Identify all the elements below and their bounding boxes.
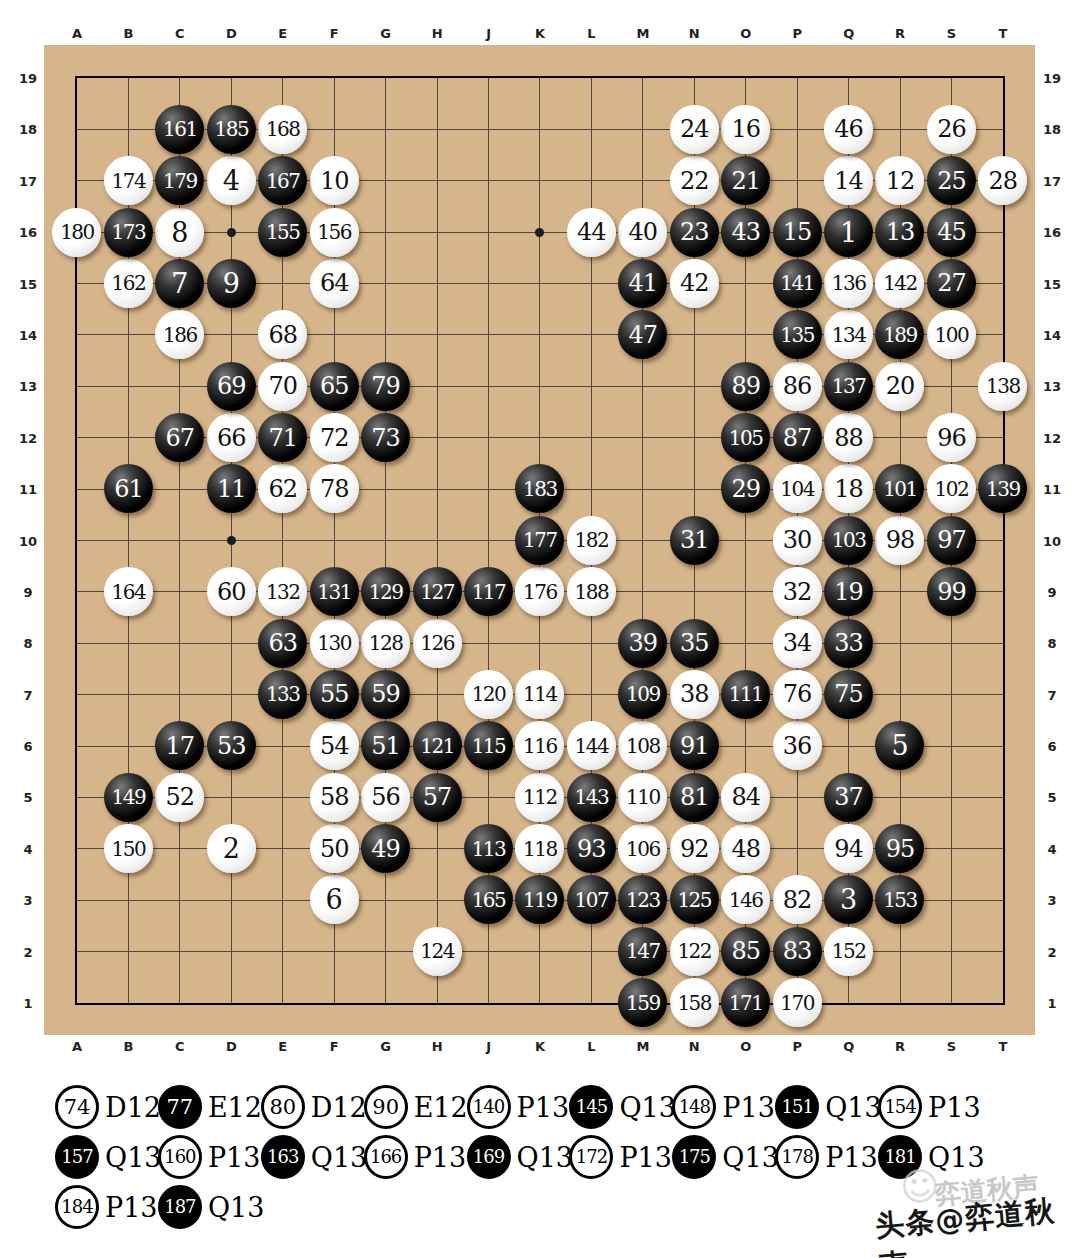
- stone-E12: 71: [258, 413, 307, 462]
- stone-C17: 179: [155, 156, 204, 205]
- stone-P1: 170: [773, 978, 822, 1027]
- stone-number: 103: [832, 530, 866, 550]
- stone-L4: 93: [567, 824, 616, 873]
- column-label-top: B: [123, 26, 133, 41]
- footer-stone: 184: [55, 1185, 99, 1229]
- footer-stone: 145: [569, 1085, 613, 1129]
- stone-number: 85: [731, 939, 760, 963]
- stone-number: 115: [472, 736, 506, 756]
- footer-move: 74D12: [55, 1085, 161, 1129]
- stone-number: 57: [423, 785, 452, 809]
- stone-B5: 149: [104, 773, 153, 822]
- stone-number: 116: [523, 736, 557, 756]
- stone-number: 147: [626, 941, 660, 961]
- stone-G6: 51: [361, 721, 410, 770]
- stone-number: 129: [369, 582, 403, 602]
- row-label-left: 18: [15, 122, 41, 137]
- stone-number: 55: [320, 682, 349, 706]
- stone-number: 47: [629, 323, 658, 347]
- row-label-right: 13: [1039, 379, 1065, 394]
- footer-stone-number: 175: [679, 1148, 710, 1166]
- stone-S17: 25: [927, 156, 976, 205]
- row-label-right: 2: [1039, 944, 1065, 959]
- stone-number: 73: [371, 426, 400, 450]
- stone-number: 53: [217, 734, 246, 758]
- stone-number: 70: [268, 374, 297, 398]
- stone-number: 127: [420, 582, 454, 602]
- stone-S9: 99: [927, 567, 976, 616]
- stone-number: 44: [577, 220, 606, 244]
- footer-stone-number: 154: [884, 1098, 915, 1116]
- stone-Q8: 33: [824, 619, 873, 668]
- stone-E8: 63: [258, 619, 307, 668]
- footer-stone: 80: [261, 1085, 305, 1129]
- stone-number: 43: [731, 220, 760, 244]
- stone-P6: 36: [773, 721, 822, 770]
- row-label-right: 10: [1039, 533, 1065, 548]
- stone-O5: 84: [721, 773, 770, 822]
- stone-number: 23: [680, 220, 709, 244]
- stone-R13: 20: [875, 362, 924, 411]
- stone-F5: 58: [310, 773, 359, 822]
- footer-stone-number: 178: [782, 1148, 813, 1166]
- column-label-bottom: A: [72, 1039, 82, 1054]
- stone-number: 88: [834, 426, 863, 450]
- stone-D12: 66: [207, 413, 256, 462]
- column-label-top: G: [380, 26, 391, 41]
- stone-number: 124: [420, 941, 454, 961]
- footer-move: 166P13: [364, 1135, 467, 1179]
- stone-number: 97: [937, 528, 966, 552]
- stone-number: 15: [783, 220, 812, 244]
- stone-number: 99: [937, 580, 966, 604]
- stone-B15: 162: [104, 259, 153, 308]
- row-label-right: 11: [1039, 482, 1065, 497]
- row-label-right: 5: [1039, 790, 1065, 805]
- stone-F16: 156: [310, 208, 359, 257]
- stone-C16: 8: [155, 208, 204, 257]
- stone-number: 131: [317, 582, 351, 602]
- stone-number: 65: [320, 374, 349, 398]
- stone-T13: 138: [978, 362, 1027, 411]
- footer-stone-number: 184: [61, 1198, 92, 1216]
- footer-move: 140P13: [467, 1085, 570, 1129]
- stone-number: 76: [783, 682, 812, 706]
- footer-stone-number: 172: [576, 1148, 607, 1166]
- stone-number: 66: [217, 426, 246, 450]
- footer-move-location: P13: [928, 1092, 981, 1123]
- stone-P7: 76: [773, 670, 822, 719]
- stone-S10: 97: [927, 516, 976, 565]
- stone-number: 106: [626, 839, 660, 859]
- stone-number: 112: [523, 787, 557, 807]
- stone-J7: 120: [464, 670, 513, 719]
- stone-J6: 115: [464, 721, 513, 770]
- stone-M16: 40: [618, 208, 667, 257]
- footer-move-location: P13: [517, 1092, 570, 1123]
- stone-L16: 44: [567, 208, 616, 257]
- stone-N17: 22: [670, 156, 719, 205]
- stone-O3: 146: [721, 875, 770, 924]
- stone-number: 162: [112, 273, 146, 293]
- stone-number: 146: [729, 890, 763, 910]
- stone-R16: 13: [875, 208, 924, 257]
- stone-number: 3: [840, 886, 857, 913]
- stone-Q7: 75: [824, 670, 873, 719]
- stone-N18: 24: [670, 105, 719, 154]
- stone-number: 168: [266, 119, 300, 139]
- stone-number: 28: [989, 169, 1018, 193]
- stone-number: 71: [268, 426, 297, 450]
- row-label-left: 2: [15, 944, 41, 959]
- stone-D18: 185: [207, 105, 256, 154]
- row-label-left: 8: [15, 636, 41, 651]
- stone-M14: 47: [618, 310, 667, 359]
- stone-number: 48: [731, 837, 760, 861]
- footer-move-location: Q13: [105, 1142, 162, 1173]
- column-label-bottom: K: [535, 1039, 545, 1054]
- column-label-top: J: [486, 26, 491, 41]
- stone-Q3: 3: [824, 875, 873, 924]
- stone-Q14: 134: [824, 310, 873, 359]
- column-label-top: R: [895, 26, 905, 41]
- stone-number: 165: [472, 890, 506, 910]
- stone-number: 29: [731, 477, 760, 501]
- row-label-right: 15: [1039, 276, 1065, 291]
- row-label-left: 16: [15, 225, 41, 240]
- stone-G8: 128: [361, 619, 410, 668]
- stone-number: 35: [680, 631, 709, 655]
- stone-E17: 167: [258, 156, 307, 205]
- stone-P10: 30: [773, 516, 822, 565]
- stone-number: 136: [832, 273, 866, 293]
- stone-Q9: 19: [824, 567, 873, 616]
- row-label-right: 4: [1039, 841, 1065, 856]
- stone-S11: 102: [927, 464, 976, 513]
- stone-C5: 52: [155, 773, 204, 822]
- stone-number: 50: [320, 837, 349, 861]
- stone-F7: 55: [310, 670, 359, 719]
- stone-M4: 106: [618, 824, 667, 873]
- stone-N6: 91: [670, 721, 719, 770]
- footer-stone: 187: [158, 1185, 202, 1229]
- stone-number: 42: [680, 271, 709, 295]
- stone-number: 107: [575, 890, 609, 910]
- footer-move-location: Q13: [517, 1142, 574, 1173]
- column-label-bottom: H: [432, 1039, 443, 1054]
- column-label-bottom: D: [226, 1039, 237, 1054]
- column-label-top: P: [792, 26, 802, 41]
- footer-move-location: P13: [105, 1192, 158, 1223]
- column-label-top: K: [535, 26, 545, 41]
- stone-C15: 7: [155, 259, 204, 308]
- column-label-bottom: N: [689, 1039, 700, 1054]
- stone-number: 2: [223, 835, 240, 862]
- stone-number: 161: [163, 119, 197, 139]
- stone-number: 100: [935, 325, 969, 345]
- footer-move-location: D12: [105, 1092, 161, 1123]
- stone-F15: 64: [310, 259, 359, 308]
- stone-Q17: 14: [824, 156, 873, 205]
- row-label-left: 1: [15, 996, 41, 1011]
- row-label-right: 3: [1039, 893, 1065, 908]
- stone-Q16: 1: [824, 208, 873, 257]
- stone-number: 126: [420, 633, 454, 653]
- footer-move: 157Q13: [55, 1135, 162, 1179]
- stone-N3: 125: [670, 875, 719, 924]
- row-label-left: 11: [15, 482, 41, 497]
- stone-D11: 11: [207, 464, 256, 513]
- stone-P16: 15: [773, 208, 822, 257]
- footer-move: 172P13: [569, 1135, 672, 1179]
- stone-Q18: 46: [824, 105, 873, 154]
- stones-layer: 1234567891011121314151617181920212223242…: [51, 52, 1028, 1028]
- stone-L10: 182: [567, 516, 616, 565]
- column-label-bottom: F: [330, 1039, 339, 1054]
- stone-B11: 61: [104, 464, 153, 513]
- stone-O7: 111: [721, 670, 770, 719]
- stone-number: 113: [472, 839, 506, 859]
- page: 1234567891011121314151617181920212223242…: [0, 0, 1080, 1258]
- stone-H6: 121: [413, 721, 462, 770]
- stone-number: 91: [680, 734, 709, 758]
- stone-D13: 69: [207, 362, 256, 411]
- footer-move-location: P13: [722, 1092, 775, 1123]
- stone-number: 84: [731, 785, 760, 809]
- stone-number: 61: [114, 477, 143, 501]
- footer-stone: 163: [261, 1135, 305, 1179]
- stone-number: 30: [783, 528, 812, 552]
- stone-number: 182: [575, 530, 609, 550]
- stone-number: 40: [629, 220, 658, 244]
- stone-number: 13: [886, 220, 915, 244]
- stone-number: 111: [729, 684, 763, 704]
- watermark: ☺ 弈道秋声 头条@弈道秋声: [872, 1169, 1080, 1258]
- stone-number: 95: [886, 837, 915, 861]
- stone-number: 104: [780, 479, 814, 499]
- stone-G4: 49: [361, 824, 410, 873]
- footer-stone: 166: [364, 1135, 408, 1179]
- stone-F11: 78: [310, 464, 359, 513]
- stone-S14: 100: [927, 310, 976, 359]
- stone-number: 17: [166, 734, 195, 758]
- stone-number: 7: [171, 270, 188, 297]
- stone-number: 37: [834, 785, 863, 809]
- footer-stone: 151: [775, 1085, 819, 1129]
- stone-E13: 70: [258, 362, 307, 411]
- stone-N2: 122: [670, 927, 719, 976]
- stone-number: 180: [60, 222, 94, 242]
- footer-stone: 77: [158, 1085, 202, 1129]
- stone-number: 120: [472, 684, 506, 704]
- footer-move-location: E12: [208, 1092, 262, 1123]
- stone-B4: 150: [104, 824, 153, 873]
- stone-number: 123: [626, 890, 660, 910]
- goban: 1234567891011121314151617181920212223242…: [44, 45, 1035, 1035]
- stone-Q4: 94: [824, 824, 873, 873]
- stone-number: 121: [420, 736, 454, 756]
- stone-number: 94: [834, 837, 863, 861]
- stone-M7: 109: [618, 670, 667, 719]
- stone-number: 81: [680, 785, 709, 809]
- stone-number: 33: [834, 631, 863, 655]
- stone-D4: 2: [207, 824, 256, 873]
- stone-F17: 10: [310, 156, 359, 205]
- footer-stone: 172: [569, 1135, 613, 1179]
- stone-B16: 173: [104, 208, 153, 257]
- column-label-bottom: C: [175, 1039, 185, 1054]
- row-label-left: 15: [15, 276, 41, 291]
- stone-E11: 62: [258, 464, 307, 513]
- stone-number: 149: [112, 787, 146, 807]
- row-label-left: 4: [15, 841, 41, 856]
- stone-number: 164: [112, 582, 146, 602]
- stone-number: 150: [112, 839, 146, 859]
- stone-G13: 79: [361, 362, 410, 411]
- stone-F6: 54: [310, 721, 359, 770]
- footer-stone: 169: [467, 1135, 511, 1179]
- stone-number: 118: [523, 839, 557, 859]
- column-label-top: H: [432, 26, 443, 41]
- stone-number: 64: [320, 271, 349, 295]
- stone-number: 87: [783, 426, 812, 450]
- column-label-top: S: [947, 26, 956, 41]
- stone-E18: 168: [258, 105, 307, 154]
- stone-O2: 85: [721, 927, 770, 976]
- stone-P13: 86: [773, 362, 822, 411]
- stone-number: 188: [575, 582, 609, 602]
- stone-K3: 119: [515, 875, 564, 924]
- column-label-bottom: R: [895, 1039, 905, 1054]
- footer-move: 151Q13: [775, 1085, 882, 1129]
- stone-F13: 65: [310, 362, 359, 411]
- stone-M15: 41: [618, 259, 667, 308]
- stone-P9: 32: [773, 567, 822, 616]
- column-label-bottom: E: [278, 1039, 287, 1054]
- stone-Q13: 137: [824, 362, 873, 411]
- row-label-right: 17: [1039, 173, 1065, 188]
- stone-number: 153: [883, 890, 917, 910]
- stone-Q15: 136: [824, 259, 873, 308]
- stone-G12: 73: [361, 413, 410, 462]
- stone-number: 51: [371, 734, 400, 758]
- stone-F3: 6: [310, 875, 359, 924]
- stone-number: 108: [626, 736, 660, 756]
- stone-number: 93: [577, 837, 606, 861]
- stone-number: 171: [729, 993, 763, 1013]
- stone-number: 78: [320, 477, 349, 501]
- stone-number: 18: [834, 477, 863, 501]
- stone-number: 62: [268, 477, 297, 501]
- footer-stone-number: 80: [269, 1097, 296, 1118]
- stone-Q10: 103: [824, 516, 873, 565]
- stone-number: 86: [783, 374, 812, 398]
- footer-stone-number: 151: [782, 1098, 813, 1116]
- stone-C6: 17: [155, 721, 204, 770]
- column-label-top: A: [72, 26, 82, 41]
- row-label-right: 18: [1039, 122, 1065, 137]
- stone-P11: 104: [773, 464, 822, 513]
- footer-stone-number: 160: [164, 1148, 195, 1166]
- stone-number: 142: [883, 273, 917, 293]
- stone-number: 27: [937, 271, 966, 295]
- stone-number: 135: [780, 325, 814, 345]
- stone-number: 134: [832, 325, 866, 345]
- stone-F12: 72: [310, 413, 359, 462]
- footer-move: 178P13: [775, 1135, 878, 1179]
- column-label-top: N: [689, 26, 700, 41]
- stone-O17: 21: [721, 156, 770, 205]
- stone-number: 31: [680, 528, 709, 552]
- footer-move-location: Q13: [722, 1142, 779, 1173]
- row-label-left: 3: [15, 893, 41, 908]
- stone-S12: 96: [927, 413, 976, 462]
- stone-number: 22: [680, 169, 709, 193]
- stone-number: 105: [729, 428, 763, 448]
- stone-number: 170: [780, 993, 814, 1013]
- footer-move-location: P13: [208, 1142, 261, 1173]
- stone-number: 11: [217, 477, 246, 501]
- stone-N5: 81: [670, 773, 719, 822]
- stone-number: 138: [986, 376, 1020, 396]
- column-label-top: O: [740, 26, 751, 41]
- row-label-left: 5: [15, 790, 41, 805]
- stone-number: 20: [886, 374, 915, 398]
- stone-E7: 133: [258, 670, 307, 719]
- stone-O1: 171: [721, 978, 770, 1027]
- footer-move: 148P13: [672, 1085, 775, 1129]
- stone-number: 179: [163, 171, 197, 191]
- stone-number: 46: [834, 117, 863, 141]
- footer-stone-number: 157: [61, 1148, 92, 1166]
- stone-H9: 127: [413, 567, 462, 616]
- stone-P12: 87: [773, 413, 822, 462]
- stone-B9: 164: [104, 567, 153, 616]
- row-label-right: 16: [1039, 225, 1065, 240]
- stone-number: 186: [163, 325, 197, 345]
- footer-stone: 90: [364, 1085, 408, 1129]
- stone-G9: 129: [361, 567, 410, 616]
- stone-number: 176: [523, 582, 557, 602]
- stone-O12: 105: [721, 413, 770, 462]
- footer-stone-number: 163: [267, 1148, 298, 1166]
- stone-K4: 118: [515, 824, 564, 873]
- stone-C12: 67: [155, 413, 204, 462]
- column-label-top: C: [175, 26, 185, 41]
- row-label-right: 8: [1039, 636, 1065, 651]
- stone-S15: 27: [927, 259, 976, 308]
- stone-K6: 116: [515, 721, 564, 770]
- stone-number: 183: [523, 479, 557, 499]
- stone-D6: 53: [207, 721, 256, 770]
- stone-K5: 112: [515, 773, 564, 822]
- footer-stone: 178: [775, 1135, 819, 1179]
- stone-number: 69: [217, 374, 246, 398]
- stone-L3: 107: [567, 875, 616, 924]
- column-label-top: D: [226, 26, 237, 41]
- stone-number: 36: [783, 734, 812, 758]
- stone-number: 82: [783, 888, 812, 912]
- stone-J4: 113: [464, 824, 513, 873]
- footer-move: 169Q13: [467, 1135, 574, 1179]
- stone-number: 58: [320, 785, 349, 809]
- stone-R15: 142: [875, 259, 924, 308]
- stone-M8: 39: [618, 619, 667, 668]
- stone-F4: 50: [310, 824, 359, 873]
- stone-number: 60: [217, 580, 246, 604]
- footer-stone-number: 148: [679, 1098, 710, 1116]
- stone-number: 56: [371, 785, 400, 809]
